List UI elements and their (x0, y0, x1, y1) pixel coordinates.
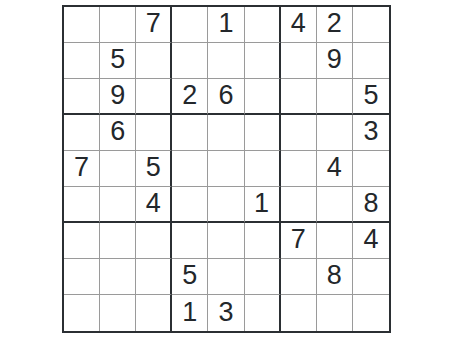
cell-r8c7[interactable] (281, 259, 317, 295)
sudoku-board: 714259926563754418745813 (62, 5, 391, 333)
cell-r4c9[interactable]: 3 (353, 115, 389, 151)
cell-r7c6[interactable] (245, 223, 281, 259)
cell-r5c5[interactable] (208, 151, 244, 187)
cell-r5c8[interactable]: 4 (317, 151, 353, 187)
cell-r9c1[interactable] (64, 295, 100, 331)
cell-r1c7[interactable]: 4 (281, 7, 317, 43)
cell-r1c8[interactable]: 2 (317, 7, 353, 43)
cell-r6c9[interactable]: 8 (353, 187, 389, 223)
cell-r9c2[interactable] (100, 295, 136, 331)
cell-r9c9[interactable] (353, 295, 389, 331)
cell-r7c5[interactable] (208, 223, 244, 259)
cell-r7c4[interactable] (172, 223, 208, 259)
cell-r5c4[interactable] (172, 151, 208, 187)
cell-r1c6[interactable] (245, 7, 281, 43)
cell-r6c5[interactable] (208, 187, 244, 223)
cell-r3c8[interactable] (317, 79, 353, 115)
cell-r4c6[interactable] (245, 115, 281, 151)
cell-r1c1[interactable] (64, 7, 100, 43)
cell-r7c7[interactable]: 7 (281, 223, 317, 259)
cell-r4c7[interactable] (281, 115, 317, 151)
cell-r2c6[interactable] (245, 43, 281, 79)
cell-r1c9[interactable] (353, 7, 389, 43)
cell-r8c4[interactable]: 5 (172, 259, 208, 295)
cell-r8c2[interactable] (100, 259, 136, 295)
cell-r7c2[interactable] (100, 223, 136, 259)
cell-r3c5[interactable]: 6 (208, 79, 244, 115)
cell-r9c7[interactable] (281, 295, 317, 331)
cell-r9c6[interactable] (245, 295, 281, 331)
cell-r5c2[interactable] (100, 151, 136, 187)
cell-r6c6[interactable]: 1 (245, 187, 281, 223)
cell-r8c5[interactable] (208, 259, 244, 295)
cell-r6c8[interactable] (317, 187, 353, 223)
cell-r2c7[interactable] (281, 43, 317, 79)
cell-r2c3[interactable] (136, 43, 172, 79)
cell-r8c9[interactable] (353, 259, 389, 295)
cell-r8c6[interactable] (245, 259, 281, 295)
cell-r9c8[interactable] (317, 295, 353, 331)
cell-r2c8[interactable]: 9 (317, 43, 353, 79)
cell-r2c2[interactable]: 5 (100, 43, 136, 79)
cell-r7c3[interactable] (136, 223, 172, 259)
cell-r1c4[interactable] (172, 7, 208, 43)
cell-r2c4[interactable] (172, 43, 208, 79)
cell-r7c8[interactable] (317, 223, 353, 259)
cell-r9c3[interactable] (136, 295, 172, 331)
cell-r8c1[interactable] (64, 259, 100, 295)
cell-r7c1[interactable] (64, 223, 100, 259)
cell-r2c1[interactable] (64, 43, 100, 79)
cell-r4c1[interactable] (64, 115, 100, 151)
cell-r1c2[interactable] (100, 7, 136, 43)
cell-r3c1[interactable] (64, 79, 100, 115)
cell-r2c5[interactable] (208, 43, 244, 79)
cell-r1c5[interactable]: 1 (208, 7, 244, 43)
cell-r6c3[interactable]: 4 (136, 187, 172, 223)
sudoku-board-container: 714259926563754418745813 (62, 5, 391, 333)
cell-r3c7[interactable] (281, 79, 317, 115)
cell-r3c3[interactable] (136, 79, 172, 115)
cell-r2c9[interactable] (353, 43, 389, 79)
cell-r6c7[interactable] (281, 187, 317, 223)
cell-r9c4[interactable]: 1 (172, 295, 208, 331)
cell-r4c5[interactable] (208, 115, 244, 151)
cell-r5c3[interactable]: 5 (136, 151, 172, 187)
cell-r8c8[interactable]: 8 (317, 259, 353, 295)
cell-r3c6[interactable] (245, 79, 281, 115)
cell-r4c2[interactable]: 6 (100, 115, 136, 151)
cell-r5c1[interactable]: 7 (64, 151, 100, 187)
cell-r4c3[interactable] (136, 115, 172, 151)
cell-r4c4[interactable] (172, 115, 208, 151)
cell-r7c9[interactable]: 4 (353, 223, 389, 259)
cell-r6c1[interactable] (64, 187, 100, 223)
cell-r3c9[interactable]: 5 (353, 79, 389, 115)
cell-r5c6[interactable] (245, 151, 281, 187)
cell-r6c4[interactable] (172, 187, 208, 223)
cell-r6c2[interactable] (100, 187, 136, 223)
cell-r5c7[interactable] (281, 151, 317, 187)
cell-r8c3[interactable] (136, 259, 172, 295)
cell-r3c4[interactable]: 2 (172, 79, 208, 115)
cell-r9c5[interactable]: 3 (208, 295, 244, 331)
cell-r3c2[interactable]: 9 (100, 79, 136, 115)
cell-r4c8[interactable] (317, 115, 353, 151)
cell-r5c9[interactable] (353, 151, 389, 187)
cell-r1c3[interactable]: 7 (136, 7, 172, 43)
